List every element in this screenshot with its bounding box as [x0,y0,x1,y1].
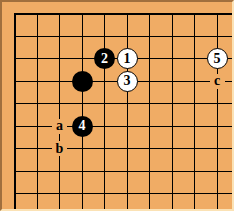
stone-black-4: 4 [72,116,93,137]
point-label-c: c [210,74,225,89]
go-board-diagram: 12345abc [0,0,234,211]
point-label-b: b [52,141,67,156]
stone-white-5: 5 [207,48,228,69]
stone-white-3: 3 [117,71,138,92]
point-label-a: a [52,119,67,134]
stones-layer: 12345abc [3,2,228,205]
stone-black-2: 2 [94,48,115,69]
stone-white-1: 1 [117,48,138,69]
stone-black-hoshi [72,71,93,92]
